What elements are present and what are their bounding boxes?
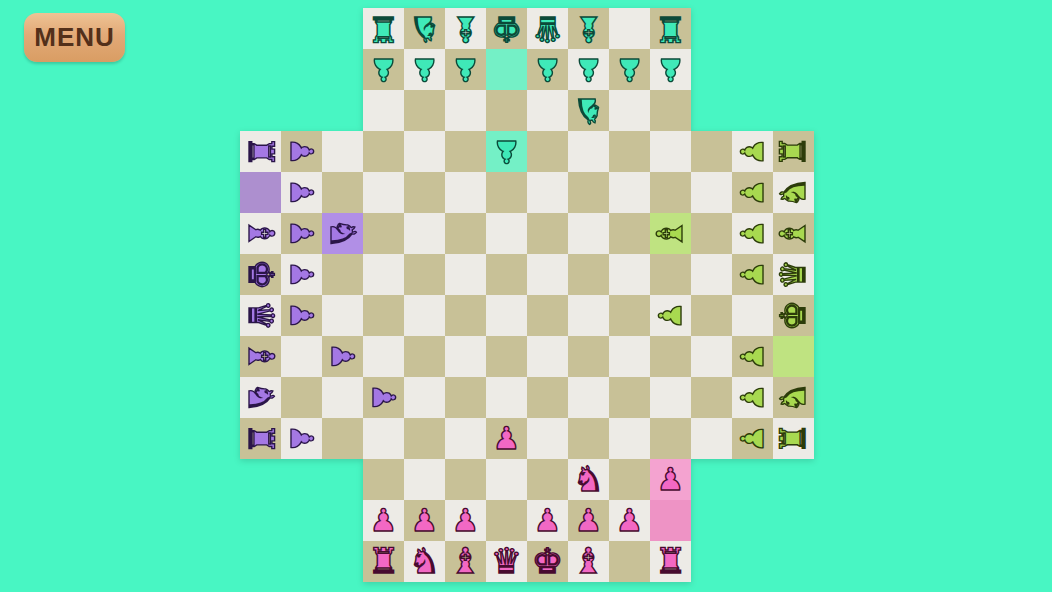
square-9-4[interactable] — [568, 131, 609, 172]
square-13-5[interactable]: ♟ — [732, 172, 773, 213]
square-3-8[interactable] — [322, 295, 363, 336]
teal-pawn-piece[interactable]: ♟ — [609, 49, 650, 90]
square-8-13[interactable]: ♟ — [527, 500, 568, 541]
square-14-5[interactable]: ♞ — [773, 172, 814, 213]
square-1-5[interactable] — [240, 172, 281, 213]
square-7-8[interactable] — [486, 295, 527, 336]
green-pawn-piece[interactable]: ♟ — [732, 377, 773, 418]
square-14-6[interactable]: ♝ — [773, 213, 814, 254]
board-void — [281, 541, 322, 582]
square-11-13[interactable] — [650, 500, 691, 541]
square-6-12[interactable] — [445, 459, 486, 500]
square-6-6[interactable] — [445, 213, 486, 254]
green-bishop-piece[interactable]: ♝ — [650, 213, 691, 254]
board-void — [240, 459, 281, 500]
green-pawn-piece[interactable]: ♟ — [732, 213, 773, 254]
board-void — [240, 90, 281, 131]
purple-knight-piece[interactable]: ♞ — [322, 213, 363, 254]
square-1-10[interactable]: ♞ — [240, 377, 281, 418]
square-11-6[interactable]: ♝ — [650, 213, 691, 254]
teal-king-piece[interactable]: ♚ — [486, 8, 527, 49]
square-1-6[interactable]: ♝ — [240, 213, 281, 254]
green-king-piece[interactable]: ♚ — [773, 295, 814, 336]
teal-rook-piece[interactable]: ♜ — [650, 8, 691, 49]
board-void — [691, 541, 732, 582]
purple-queen-piece[interactable]: ♛ — [240, 295, 281, 336]
board-void — [773, 459, 814, 500]
board-void — [240, 49, 281, 90]
teal-pawn-piece[interactable]: ♟ — [404, 49, 445, 90]
square-13-11[interactable]: ♟ — [732, 418, 773, 459]
square-3-7[interactable] — [322, 254, 363, 295]
green-rook-piece[interactable]: ♜ — [773, 418, 814, 459]
pink-pawn-piece[interactable]: ♟ — [445, 500, 486, 541]
board-void — [691, 49, 732, 90]
board-void — [322, 541, 363, 582]
square-10-3[interactable] — [609, 90, 650, 131]
square-5-2[interactable]: ♟ — [404, 49, 445, 90]
pink-knight-piece[interactable]: ♞ — [568, 459, 609, 500]
square-10-10[interactable] — [609, 377, 650, 418]
board-void — [322, 500, 363, 541]
green-knight-piece[interactable]: ♞ — [773, 377, 814, 418]
square-6-8[interactable] — [445, 295, 486, 336]
square-2-4[interactable]: ♟ — [281, 131, 322, 172]
square-11-3[interactable] — [650, 90, 691, 131]
board-void — [281, 8, 322, 49]
square-8-9[interactable] — [527, 336, 568, 377]
square-1-9[interactable]: ♝ — [240, 336, 281, 377]
square-8-14[interactable]: ♚ — [527, 541, 568, 582]
square-11-1[interactable]: ♜ — [650, 8, 691, 49]
board-void — [732, 500, 773, 541]
square-7-14[interactable]: ♛ — [486, 541, 527, 582]
teal-bishop-piece[interactable]: ♝ — [445, 8, 486, 49]
square-11-7[interactable] — [650, 254, 691, 295]
square-4-7[interactable] — [363, 254, 404, 295]
teal-rook-piece[interactable]: ♜ — [363, 8, 404, 49]
square-5-11[interactable] — [404, 418, 445, 459]
square-2-11[interactable]: ♟ — [281, 418, 322, 459]
square-4-1[interactable]: ♜ — [363, 8, 404, 49]
menu-button[interactable]: MENU — [24, 13, 125, 62]
square-5-9[interactable] — [404, 336, 445, 377]
square-9-6[interactable] — [568, 213, 609, 254]
green-queen-piece[interactable]: ♛ — [773, 254, 814, 295]
square-10-2[interactable]: ♟ — [609, 49, 650, 90]
square-5-12[interactable] — [404, 459, 445, 500]
square-2-8[interactable]: ♟ — [281, 295, 322, 336]
pink-pawn-piece[interactable]: ♟ — [363, 500, 404, 541]
square-8-4[interactable] — [527, 131, 568, 172]
square-10-4[interactable] — [609, 131, 650, 172]
square-8-11[interactable] — [527, 418, 568, 459]
square-4-13[interactable]: ♟ — [363, 500, 404, 541]
square-7-1[interactable]: ♚ — [486, 8, 527, 49]
square-5-7[interactable] — [404, 254, 445, 295]
board-void — [732, 541, 773, 582]
square-7-12[interactable] — [486, 459, 527, 500]
pink-rook-piece[interactable]: ♜ — [363, 541, 404, 582]
square-4-11[interactable] — [363, 418, 404, 459]
board-void — [732, 90, 773, 131]
square-8-1[interactable]: ♛ — [527, 8, 568, 49]
square-10-7[interactable] — [609, 254, 650, 295]
purple-pawn-piece[interactable]: ♟ — [281, 131, 322, 172]
square-11-14[interactable]: ♜ — [650, 541, 691, 582]
square-4-10[interactable]: ♟ — [363, 377, 404, 418]
square-8-2[interactable]: ♟ — [527, 49, 568, 90]
square-5-14[interactable]: ♞ — [404, 541, 445, 582]
square-8-7[interactable] — [527, 254, 568, 295]
square-11-4[interactable] — [650, 131, 691, 172]
purple-pawn-piece[interactable]: ♟ — [281, 172, 322, 213]
square-4-14[interactable]: ♜ — [363, 541, 404, 582]
square-6-5[interactable] — [445, 172, 486, 213]
square-13-9[interactable]: ♟ — [732, 336, 773, 377]
square-12-10[interactable] — [691, 377, 732, 418]
square-9-8[interactable] — [568, 295, 609, 336]
square-9-11[interactable] — [568, 418, 609, 459]
square-9-7[interactable] — [568, 254, 609, 295]
pink-pawn-piece[interactable]: ♟ — [404, 500, 445, 541]
square-3-9[interactable]: ♟ — [322, 336, 363, 377]
square-4-9[interactable] — [363, 336, 404, 377]
square-9-14[interactable]: ♝ — [568, 541, 609, 582]
square-9-12[interactable]: ♞ — [568, 459, 609, 500]
teal-pawn-piece[interactable]: ♟ — [650, 49, 691, 90]
square-5-4[interactable] — [404, 131, 445, 172]
square-4-6[interactable] — [363, 213, 404, 254]
square-6-9[interactable] — [445, 336, 486, 377]
purple-pawn-piece[interactable]: ♟ — [281, 213, 322, 254]
square-6-7[interactable] — [445, 254, 486, 295]
purple-rook-piece[interactable]: ♜ — [240, 418, 281, 459]
square-14-10[interactable]: ♞ — [773, 377, 814, 418]
square-11-5[interactable] — [650, 172, 691, 213]
four-player-chess-board: ♜♞♝♚♛♝♜♟♟♟♟♟♟♟♞♜♟♟♟♜♟♟♞♝♟♞♝♟♝♚♟♟♛♛♟♟♚♝♟♟… — [240, 8, 814, 582]
square-14-7[interactable]: ♛ — [773, 254, 814, 295]
square-13-7[interactable]: ♟ — [732, 254, 773, 295]
green-knight-piece[interactable]: ♞ — [773, 172, 814, 213]
square-14-8[interactable]: ♚ — [773, 295, 814, 336]
board-void — [691, 500, 732, 541]
green-bishop-piece[interactable]: ♝ — [773, 213, 814, 254]
square-9-9[interactable] — [568, 336, 609, 377]
square-8-8[interactable] — [527, 295, 568, 336]
square-9-10[interactable] — [568, 377, 609, 418]
square-1-8[interactable]: ♛ — [240, 295, 281, 336]
square-13-8[interactable] — [732, 295, 773, 336]
square-11-11[interactable] — [650, 418, 691, 459]
square-8-3[interactable] — [527, 90, 568, 131]
teal-pawn-piece[interactable]: ♟ — [527, 49, 568, 90]
square-5-6[interactable] — [404, 213, 445, 254]
square-7-5[interactable] — [486, 172, 527, 213]
green-pawn-piece[interactable]: ♟ — [732, 336, 773, 377]
purple-knight-piece[interactable]: ♞ — [240, 377, 281, 418]
square-6-13[interactable]: ♟ — [445, 500, 486, 541]
pink-pawn-piece[interactable]: ♟ — [527, 500, 568, 541]
purple-pawn-piece[interactable]: ♟ — [322, 336, 363, 377]
board-void — [281, 90, 322, 131]
square-7-9[interactable] — [486, 336, 527, 377]
pink-king-piece[interactable]: ♚ — [527, 541, 568, 582]
square-1-7[interactable]: ♚ — [240, 254, 281, 295]
green-rook-piece[interactable]: ♜ — [773, 131, 814, 172]
square-9-13[interactable]: ♟ — [568, 500, 609, 541]
board-void — [240, 541, 281, 582]
square-2-6[interactable]: ♟ — [281, 213, 322, 254]
board-void — [773, 49, 814, 90]
green-pawn-piece[interactable]: ♟ — [732, 254, 773, 295]
square-7-2[interactable] — [486, 49, 527, 90]
teal-pawn-piece[interactable]: ♟ — [445, 49, 486, 90]
purple-pawn-piece[interactable]: ♟ — [281, 295, 322, 336]
square-5-1[interactable]: ♞ — [404, 8, 445, 49]
purple-rook-piece[interactable]: ♜ — [240, 131, 281, 172]
square-12-7[interactable] — [691, 254, 732, 295]
square-14-11[interactable]: ♜ — [773, 418, 814, 459]
square-13-4[interactable]: ♟ — [732, 131, 773, 172]
board-void — [691, 459, 732, 500]
square-11-9[interactable] — [650, 336, 691, 377]
square-8-10[interactable] — [527, 377, 568, 418]
board-void — [773, 90, 814, 131]
square-10-1[interactable] — [609, 8, 650, 49]
square-6-2[interactable]: ♟ — [445, 49, 486, 90]
square-11-8[interactable]: ♟ — [650, 295, 691, 336]
board-void — [322, 90, 363, 131]
board-void — [240, 500, 281, 541]
square-10-12[interactable] — [609, 459, 650, 500]
square-12-5[interactable] — [691, 172, 732, 213]
square-6-10[interactable] — [445, 377, 486, 418]
board-void — [773, 8, 814, 49]
board-void — [281, 500, 322, 541]
green-pawn-piece[interactable]: ♟ — [732, 172, 773, 213]
square-4-12[interactable] — [363, 459, 404, 500]
square-10-14[interactable] — [609, 541, 650, 582]
square-9-5[interactable] — [568, 172, 609, 213]
square-7-13[interactable] — [486, 500, 527, 541]
square-9-2[interactable]: ♟ — [568, 49, 609, 90]
teal-knight-piece[interactable]: ♞ — [404, 8, 445, 49]
teal-queen-piece[interactable]: ♛ — [527, 8, 568, 49]
square-7-7[interactable] — [486, 254, 527, 295]
teal-pawn-piece[interactable]: ♟ — [363, 49, 404, 90]
square-2-9[interactable] — [281, 336, 322, 377]
board-void — [732, 8, 773, 49]
pink-rook-piece[interactable]: ♜ — [650, 541, 691, 582]
square-13-10[interactable]: ♟ — [732, 377, 773, 418]
square-5-13[interactable]: ♟ — [404, 500, 445, 541]
square-4-4[interactable] — [363, 131, 404, 172]
purple-bishop-piece[interactable]: ♝ — [240, 336, 281, 377]
square-3-6[interactable]: ♞ — [322, 213, 363, 254]
square-4-2[interactable]: ♟ — [363, 49, 404, 90]
teal-pawn-piece[interactable]: ♟ — [568, 49, 609, 90]
square-11-12[interactable]: ♟ — [650, 459, 691, 500]
square-7-11[interactable]: ♟ — [486, 418, 527, 459]
square-14-4[interactable]: ♜ — [773, 131, 814, 172]
square-7-6[interactable] — [486, 213, 527, 254]
square-1-11[interactable]: ♜ — [240, 418, 281, 459]
teal-knight-piece[interactable]: ♞ — [568, 90, 609, 131]
square-12-8[interactable] — [691, 295, 732, 336]
square-9-3[interactable]: ♞ — [568, 90, 609, 131]
square-11-10[interactable] — [650, 377, 691, 418]
square-12-6[interactable] — [691, 213, 732, 254]
square-9-1[interactable]: ♝ — [568, 8, 609, 49]
square-8-6[interactable] — [527, 213, 568, 254]
square-6-14[interactable]: ♝ — [445, 541, 486, 582]
square-5-8[interactable] — [404, 295, 445, 336]
square-1-4[interactable]: ♜ — [240, 131, 281, 172]
square-8-12[interactable] — [527, 459, 568, 500]
board-void — [322, 8, 363, 49]
green-pawn-piece[interactable]: ♟ — [732, 418, 773, 459]
pink-pawn-piece[interactable]: ♟ — [609, 500, 650, 541]
board-void — [732, 459, 773, 500]
pink-bishop-piece[interactable]: ♝ — [445, 541, 486, 582]
square-4-5[interactable] — [363, 172, 404, 213]
pink-pawn-piece[interactable]: ♟ — [650, 459, 691, 500]
pink-pawn-piece[interactable]: ♟ — [486, 418, 527, 459]
purple-king-piece[interactable]: ♚ — [240, 254, 281, 295]
board-void — [281, 459, 322, 500]
pink-bishop-piece[interactable]: ♝ — [568, 541, 609, 582]
square-2-10[interactable] — [281, 377, 322, 418]
square-6-4[interactable] — [445, 131, 486, 172]
teal-pawn-piece[interactable]: ♟ — [486, 131, 527, 172]
square-3-11[interactable] — [322, 418, 363, 459]
square-5-10[interactable] — [404, 377, 445, 418]
square-8-5[interactable] — [527, 172, 568, 213]
square-7-10[interactable] — [486, 377, 527, 418]
square-10-9[interactable] — [609, 336, 650, 377]
purple-pawn-piece[interactable]: ♟ — [281, 254, 322, 295]
square-2-5[interactable]: ♟ — [281, 172, 322, 213]
board-void — [691, 8, 732, 49]
pink-pawn-piece[interactable]: ♟ — [568, 500, 609, 541]
square-3-10[interactable] — [322, 377, 363, 418]
square-11-2[interactable]: ♟ — [650, 49, 691, 90]
green-pawn-piece[interactable]: ♟ — [732, 131, 773, 172]
purple-pawn-piece[interactable]: ♟ — [281, 418, 322, 459]
square-3-5[interactable] — [322, 172, 363, 213]
square-6-3[interactable] — [445, 90, 486, 131]
square-12-11[interactable] — [691, 418, 732, 459]
square-10-11[interactable] — [609, 418, 650, 459]
board-void — [732, 49, 773, 90]
square-5-5[interactable] — [404, 172, 445, 213]
board-void — [322, 459, 363, 500]
board-void — [322, 49, 363, 90]
square-10-13[interactable]: ♟ — [609, 500, 650, 541]
green-pawn-piece[interactable]: ♟ — [650, 295, 691, 336]
square-10-6[interactable] — [609, 213, 650, 254]
board-void — [773, 500, 814, 541]
pink-queen-piece[interactable]: ♛ — [486, 541, 527, 582]
square-12-4[interactable] — [691, 131, 732, 172]
board-void — [240, 8, 281, 49]
square-5-3[interactable] — [404, 90, 445, 131]
teal-bishop-piece[interactable]: ♝ — [568, 8, 609, 49]
square-14-9[interactable] — [773, 336, 814, 377]
square-10-8[interactable] — [609, 295, 650, 336]
square-7-4[interactable]: ♟ — [486, 131, 527, 172]
board-void — [691, 90, 732, 131]
square-13-6[interactable]: ♟ — [732, 213, 773, 254]
square-4-3[interactable] — [363, 90, 404, 131]
square-6-11[interactable] — [445, 418, 486, 459]
square-10-5[interactable] — [609, 172, 650, 213]
board-void — [281, 49, 322, 90]
square-4-8[interactable] — [363, 295, 404, 336]
square-7-3[interactable] — [486, 90, 527, 131]
square-2-7[interactable]: ♟ — [281, 254, 322, 295]
pink-knight-piece[interactable]: ♞ — [404, 541, 445, 582]
purple-bishop-piece[interactable]: ♝ — [240, 213, 281, 254]
square-12-9[interactable] — [691, 336, 732, 377]
square-3-4[interactable] — [322, 131, 363, 172]
square-6-1[interactable]: ♝ — [445, 8, 486, 49]
board-void — [773, 541, 814, 582]
purple-pawn-piece[interactable]: ♟ — [363, 377, 404, 418]
